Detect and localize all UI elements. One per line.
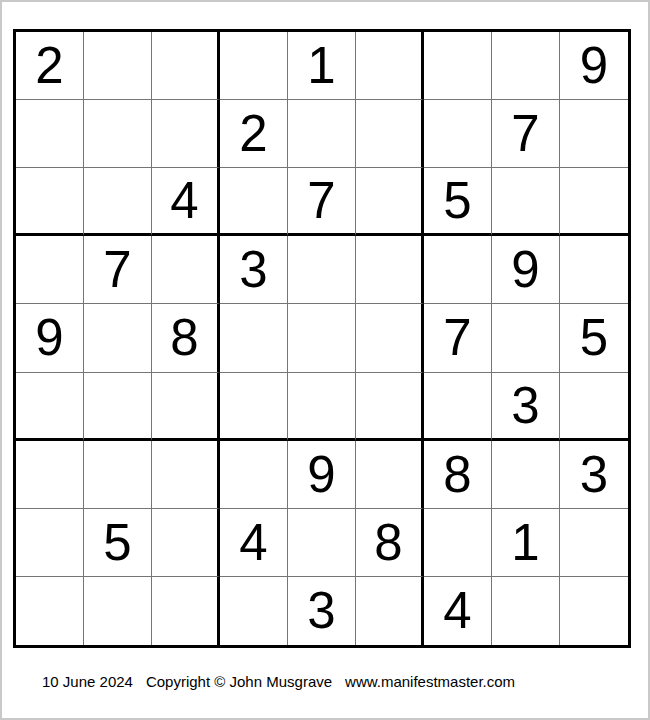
sudoku-cell-empty[interactable] (356, 32, 424, 100)
sudoku-cell-empty[interactable] (16, 373, 84, 441)
sudoku-cell-empty[interactable] (152, 509, 220, 577)
sudoku-cell-empty[interactable] (152, 32, 220, 100)
sudoku-cell-empty[interactable] (288, 304, 356, 372)
sudoku-cell-empty[interactable] (16, 100, 84, 168)
sudoku-cell-given: 8 (424, 441, 492, 509)
sudoku-cell-given: 5 (84, 509, 152, 577)
sudoku-cell-empty[interactable] (16, 168, 84, 236)
sudoku-cell-given: 9 (492, 236, 560, 304)
sudoku-cell-given: 3 (220, 236, 288, 304)
sudoku-cell-empty[interactable] (152, 441, 220, 509)
sudoku-cell-empty[interactable] (152, 373, 220, 441)
sudoku-cell-empty[interactable] (492, 32, 560, 100)
sudoku-cell-empty[interactable] (424, 32, 492, 100)
sudoku-cell-given: 4 (152, 168, 220, 236)
sudoku-cell-given: 7 (492, 100, 560, 168)
sudoku-cell-empty[interactable] (84, 441, 152, 509)
sudoku-cell-empty[interactable] (84, 304, 152, 372)
sudoku-cell-empty[interactable] (84, 373, 152, 441)
sudoku-cell-empty[interactable] (492, 441, 560, 509)
sudoku-cell-empty[interactable] (288, 509, 356, 577)
sudoku-cell-empty[interactable] (84, 100, 152, 168)
sudoku-cell-given: 8 (152, 304, 220, 372)
sudoku-cell-empty[interactable] (424, 100, 492, 168)
sudoku-cell-empty[interactable] (356, 441, 424, 509)
sudoku-cell-empty[interactable] (288, 100, 356, 168)
sudoku-cell-empty[interactable] (356, 304, 424, 372)
sudoku-cell-empty[interactable] (356, 577, 424, 645)
sudoku-cell-given: 9 (16, 304, 84, 372)
sudoku-cell-empty[interactable] (84, 577, 152, 645)
sudoku-cell-empty[interactable] (152, 577, 220, 645)
sudoku-cell-given: 5 (424, 168, 492, 236)
sudoku-cell-given: 2 (16, 32, 84, 100)
sudoku-cell-given: 1 (492, 509, 560, 577)
sudoku-cell-given: 5 (560, 304, 628, 372)
footer-copyright: Copyright © John Musgrave (146, 673, 332, 690)
footer: 10 June 2024 Copyright © John Musgrave w… (42, 673, 515, 690)
sudoku-cell-empty[interactable] (424, 236, 492, 304)
sudoku-cell-empty[interactable] (492, 577, 560, 645)
sudoku-cell-empty[interactable] (84, 32, 152, 100)
sudoku-cell-given: 3 (492, 373, 560, 441)
sudoku-cell-given: 7 (84, 236, 152, 304)
sudoku-cell-empty[interactable] (356, 100, 424, 168)
sudoku-cell-given: 7 (424, 304, 492, 372)
sudoku-cell-empty[interactable] (356, 168, 424, 236)
footer-website: www.manifestmaster.com (345, 673, 515, 690)
sudoku-cell-empty[interactable] (560, 236, 628, 304)
footer-date: 10 June 2024 (42, 673, 133, 690)
sudoku-cell-empty[interactable] (220, 577, 288, 645)
sudoku-cell-empty[interactable] (220, 32, 288, 100)
sudoku-cell-empty[interactable] (152, 236, 220, 304)
sudoku-board: 2192747573998753983548134 (13, 29, 631, 648)
sudoku-cell-empty[interactable] (356, 236, 424, 304)
sudoku-cell-given: 9 (288, 441, 356, 509)
sudoku-cell-empty[interactable] (220, 168, 288, 236)
sudoku-cell-given: 3 (560, 441, 628, 509)
sudoku-cell-empty[interactable] (560, 509, 628, 577)
sudoku-cell-empty[interactable] (560, 373, 628, 441)
sudoku-cell-empty[interactable] (288, 373, 356, 441)
sudoku-cell-empty[interactable] (492, 168, 560, 236)
sudoku-cell-given: 4 (424, 577, 492, 645)
sudoku-cell-empty[interactable] (84, 168, 152, 236)
sudoku-cell-empty[interactable] (16, 441, 84, 509)
sudoku-cell-empty[interactable] (220, 373, 288, 441)
sudoku-cell-given: 8 (356, 509, 424, 577)
sudoku-cell-given: 3 (288, 577, 356, 645)
sudoku-cell-given: 9 (560, 32, 628, 100)
puzzle-page: 2192747573998753983548134 10 June 2024 C… (0, 0, 650, 720)
sudoku-cell-empty[interactable] (288, 236, 356, 304)
sudoku-cell-empty[interactable] (152, 100, 220, 168)
sudoku-cell-empty[interactable] (16, 509, 84, 577)
sudoku-cell-empty[interactable] (560, 100, 628, 168)
sudoku-cell-empty[interactable] (560, 168, 628, 236)
sudoku-cell-empty[interactable] (356, 373, 424, 441)
sudoku-cell-given: 7 (288, 168, 356, 236)
sudoku-cell-empty[interactable] (220, 441, 288, 509)
sudoku-cell-given: 1 (288, 32, 356, 100)
sudoku-cell-empty[interactable] (424, 373, 492, 441)
sudoku-cell-given: 4 (220, 509, 288, 577)
sudoku-cell-empty[interactable] (220, 304, 288, 372)
sudoku-cell-empty[interactable] (492, 304, 560, 372)
sudoku-cell-empty[interactable] (560, 577, 628, 645)
sudoku-cell-empty[interactable] (424, 509, 492, 577)
sudoku-cell-given: 2 (220, 100, 288, 168)
sudoku-cell-empty[interactable] (16, 236, 84, 304)
sudoku-cell-empty[interactable] (16, 577, 84, 645)
